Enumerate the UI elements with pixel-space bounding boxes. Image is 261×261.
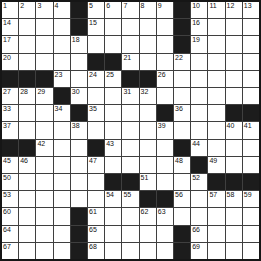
letter-cell-r15c3[interactable] [36,243,52,259]
clue-number-14: 14 [3,19,11,27]
letter-cell-r8c12[interactable] [191,122,207,138]
letter-cell-r3c7[interactable] [105,36,121,52]
letter-cell-r5c4[interactable]: 23 [54,71,70,87]
letter-cell-r12c3[interactable] [36,191,52,207]
block-square-r4c7 [105,54,121,70]
letter-cell-r3c12[interactable]: 19 [191,36,207,52]
letter-cell-r9c10[interactable] [157,140,173,156]
letter-cell-r8c6[interactable] [88,122,104,138]
clue-number-48: 48 [175,157,183,165]
letter-cell-r7c13[interactable] [208,105,224,121]
letter-cell-r8c4[interactable] [54,122,70,138]
letter-cell-r5c6[interactable]: 24 [88,71,104,87]
letter-cell-r1c4[interactable]: 4 [54,2,70,18]
letter-cell-r13c7[interactable] [105,208,121,224]
letter-cell-r15c12[interactable]: 69 [191,243,207,259]
letter-cell-r2c10[interactable] [157,19,173,35]
letter-cell-r6c2[interactable]: 28 [19,88,35,104]
letter-cell-r8c13[interactable] [208,122,224,138]
clue-number-10: 10 [192,2,200,10]
block-square-r5c9 [140,71,156,87]
letter-cell-r8c7[interactable] [105,122,121,138]
letter-cell-r8c3[interactable] [36,122,52,138]
clue-number-13: 13 [244,2,252,10]
clue-number-50: 50 [3,174,11,182]
clue-number-26: 26 [158,71,166,79]
letter-cell-r4c11[interactable]: 22 [174,54,190,70]
clue-number-36: 36 [175,105,183,113]
letter-cell-r1c13[interactable]: 11 [208,2,224,18]
letter-cell-r3c5[interactable]: 18 [71,36,87,52]
clue-number-32: 32 [141,88,149,96]
letter-cell-r4c12[interactable] [191,54,207,70]
letter-cell-r11c11[interactable] [174,174,190,190]
clue-number-40: 40 [227,122,235,130]
letter-cell-r2c14[interactable] [226,19,242,35]
letter-cell-r6c15[interactable] [243,88,259,104]
block-square-r11c13 [208,174,224,190]
letter-cell-r2c13[interactable] [208,19,224,35]
letter-cell-r4c10[interactable] [157,54,173,70]
block-square-r10c12 [191,157,207,173]
letter-cell-r11c1[interactable]: 50 [2,174,18,190]
letter-cell-r3c10[interactable] [157,36,173,52]
clue-number-39: 39 [158,122,166,130]
clue-number-68: 68 [89,243,97,251]
letter-cell-r8c9[interactable] [140,122,156,138]
block-square-r6c4 [54,88,70,104]
letter-cell-r12c7[interactable]: 54 [105,191,121,207]
letter-cell-r2c12[interactable]: 16 [191,19,207,35]
letter-cell-r10c2[interactable]: 46 [19,157,35,173]
letter-cell-r4c5[interactable] [71,54,87,70]
letter-cell-r8c10[interactable]: 39 [157,122,173,138]
letter-cell-r13c13[interactable] [208,208,224,224]
letter-cell-r12c15[interactable]: 59 [243,191,259,207]
letter-cell-r2c1[interactable]: 14 [2,19,18,35]
block-square-r5c8 [122,71,138,87]
letter-cell-r14c1[interactable]: 64 [2,226,18,242]
letter-cell-r4c9[interactable] [140,54,156,70]
clue-number-51: 51 [141,174,149,182]
clue-number-61: 61 [89,208,97,216]
clue-number-1: 1 [3,2,7,10]
block-square-r2c11 [174,19,190,35]
clue-number-28: 28 [20,88,28,96]
block-square-r12c9 [140,191,156,207]
letter-cell-r15c10[interactable] [157,243,173,259]
letter-cell-r13c2[interactable] [19,208,35,224]
letter-cell-r12c2[interactable] [19,191,35,207]
clue-number-18: 18 [72,36,80,44]
letter-cell-r13c11[interactable] [174,208,190,224]
clue-number-17: 17 [3,36,11,44]
clue-number-69: 69 [192,243,200,251]
clue-number-57: 57 [209,191,217,199]
letter-cell-r11c4[interactable] [54,174,70,190]
letter-cell-r15c8[interactable] [122,243,138,259]
letter-cell-r5c15[interactable] [243,71,259,87]
crossword-grid: 1234567891011121314151617181920212223242… [0,0,261,261]
block-square-r15c11 [174,243,190,259]
clue-number-21: 21 [123,54,131,62]
letter-cell-r8c8[interactable] [122,122,138,138]
letter-cell-r2c4[interactable] [54,19,70,35]
letter-cell-r13c3[interactable] [36,208,52,224]
letter-cell-r10c14[interactable] [226,157,242,173]
letter-cell-r12c11[interactable]: 56 [174,191,190,207]
letter-cell-r8c11[interactable] [174,122,190,138]
clue-number-42: 42 [37,140,45,148]
letter-cell-r8c1[interactable]: 37 [2,122,18,138]
letter-cell-r12c4[interactable] [54,191,70,207]
letter-cell-r13c8[interactable] [122,208,138,224]
block-square-r14c11 [174,226,190,242]
letter-cell-r15c2[interactable] [19,243,35,259]
letter-cell-r7c12[interactable] [191,105,207,121]
block-square-r7c10 [157,105,173,121]
letter-cell-r5c12[interactable] [191,71,207,87]
letter-cell-r1c12[interactable]: 10 [191,2,207,18]
letter-cell-r11c9[interactable]: 51 [140,174,156,190]
letter-cell-r13c6[interactable]: 61 [88,208,104,224]
clue-number-8: 8 [141,2,145,10]
letter-cell-r9c14[interactable] [226,140,242,156]
letter-cell-r15c15[interactable] [243,243,259,259]
letter-cell-r10c9[interactable] [140,157,156,173]
letter-cell-r12c1[interactable]: 53 [2,191,18,207]
clue-number-12: 12 [227,2,235,10]
letter-cell-r10c13[interactable]: 49 [208,157,224,173]
clue-number-65: 65 [89,226,97,234]
letter-cell-r13c4[interactable] [54,208,70,224]
block-square-r11c15 [243,174,259,190]
clue-number-66: 66 [192,226,200,234]
letter-cell-r4c3[interactable] [36,54,52,70]
block-square-r5c1 [2,71,18,87]
letter-cell-r7c1[interactable]: 33 [2,105,18,121]
letter-cell-r10c11[interactable]: 48 [174,157,190,173]
letter-cell-r3c6[interactable] [88,36,104,52]
clue-number-55: 55 [123,191,131,199]
letter-cell-r9c4[interactable] [54,140,70,156]
letter-cell-r1c1[interactable]: 1 [2,2,18,18]
letter-cell-r11c12[interactable]: 52 [191,174,207,190]
letter-cell-r3c2[interactable] [19,36,35,52]
letter-cell-r1c2[interactable]: 2 [19,2,35,18]
clue-number-63: 63 [158,208,166,216]
letter-cell-r3c15[interactable] [243,36,259,52]
block-square-r3c11 [174,36,190,52]
clue-number-41: 41 [244,122,252,130]
clue-number-43: 43 [106,140,114,148]
letter-cell-r11c2[interactable] [19,174,35,190]
clue-number-56: 56 [175,191,183,199]
letter-cell-r14c13[interactable] [208,226,224,242]
letter-cell-r14c8[interactable] [122,226,138,242]
letter-cell-r6c6[interactable] [88,88,104,104]
clue-number-31: 31 [123,88,131,96]
letter-cell-r7c11[interactable]: 36 [174,105,190,121]
letter-cell-r15c1[interactable]: 67 [2,243,18,259]
block-square-r12c10 [157,191,173,207]
letter-cell-r6c12[interactable] [191,88,207,104]
letter-cell-r6c1[interactable]: 27 [2,88,18,104]
block-square-r9c1 [2,140,18,156]
letter-cell-r6c8[interactable]: 31 [122,88,138,104]
letter-cell-r6c7[interactable] [105,88,121,104]
clue-number-46: 46 [20,157,28,165]
letter-cell-r12c8[interactable]: 55 [122,191,138,207]
letter-cell-r2c3[interactable] [36,19,52,35]
letter-cell-r4c1[interactable]: 20 [2,54,18,70]
block-square-r15c5 [71,243,87,259]
letter-cell-r3c9[interactable] [140,36,156,52]
letter-cell-r15c6[interactable]: 68 [88,243,104,259]
letter-cell-r1c10[interactable]: 9 [157,2,173,18]
letter-cell-r10c1[interactable]: 45 [2,157,18,173]
block-square-r2c5 [71,19,87,35]
letter-cell-r5c14[interactable] [226,71,242,87]
letter-cell-r12c14[interactable]: 58 [226,191,242,207]
block-square-r14c5 [71,226,87,242]
letter-cell-r9c15[interactable] [243,140,259,156]
letter-cell-r14c7[interactable] [105,226,121,242]
letter-cell-r2c15[interactable] [243,19,259,35]
clue-number-4: 4 [55,2,59,10]
letter-cell-r12c5[interactable] [71,191,87,207]
letter-cell-r4c14[interactable] [226,54,242,70]
letter-cell-r9c8[interactable] [122,140,138,156]
letter-cell-r3c3[interactable] [36,36,52,52]
letter-cell-r6c9[interactable]: 32 [140,88,156,104]
letter-cell-r14c4[interactable] [54,226,70,242]
clue-number-5: 5 [89,2,93,10]
clue-number-25: 25 [106,71,114,79]
letter-cell-r10c7[interactable] [105,157,121,173]
letter-cell-r2c8[interactable] [122,19,138,35]
clue-number-6: 6 [106,2,110,10]
letter-cell-r10c5[interactable] [71,157,87,173]
letter-cell-r7c8[interactable] [122,105,138,121]
letter-cell-r14c6[interactable]: 65 [88,226,104,242]
letter-cell-r14c2[interactable] [19,226,35,242]
letter-cell-r13c9[interactable]: 62 [140,208,156,224]
block-square-r11c14 [226,174,242,190]
block-square-r9c11 [174,140,190,156]
letter-cell-r5c5[interactable] [71,71,87,87]
letter-cell-r10c8[interactable] [122,157,138,173]
letter-cell-r15c14[interactable] [226,243,242,259]
letter-cell-r8c5[interactable]: 38 [71,122,87,138]
block-square-r5c2 [19,71,35,87]
letter-cell-r15c13[interactable] [208,243,224,259]
block-square-r9c6 [88,140,104,156]
letter-cell-r6c11[interactable] [174,88,190,104]
clue-number-35: 35 [89,105,97,113]
letter-cell-r1c7[interactable]: 6 [105,2,121,18]
clue-number-11: 11 [209,2,216,10]
clue-number-16: 16 [192,19,200,27]
letter-cell-r6c3[interactable]: 29 [36,88,52,104]
letter-cell-r13c1[interactable]: 60 [2,208,18,224]
letter-cell-r9c7[interactable]: 43 [105,140,121,156]
letter-cell-r12c12[interactable] [191,191,207,207]
clue-number-58: 58 [227,191,235,199]
letter-cell-r8c15[interactable]: 41 [243,122,259,138]
letter-cell-r7c4[interactable]: 34 [54,105,70,121]
letter-cell-r5c7[interactable]: 25 [105,71,121,87]
letter-cell-r4c2[interactable] [19,54,35,70]
clue-number-44: 44 [192,140,200,148]
clue-number-23: 23 [55,71,63,79]
letter-cell-r4c8[interactable]: 21 [122,54,138,70]
letter-cell-r12c6[interactable] [88,191,104,207]
clue-number-54: 54 [106,191,114,199]
clue-number-67: 67 [3,243,11,251]
letter-cell-r5c11[interactable] [174,71,190,87]
clue-number-49: 49 [209,157,217,165]
letter-cell-r15c4[interactable] [54,243,70,259]
letter-cell-r2c9[interactable] [140,19,156,35]
letter-cell-r7c7[interactable] [105,105,121,121]
letter-cell-r13c14[interactable] [226,208,242,224]
block-square-r1c5 [71,2,87,18]
clue-number-15: 15 [89,19,97,27]
letter-cell-r6c14[interactable] [226,88,242,104]
block-square-r7c15 [243,105,259,121]
letter-cell-r11c10[interactable] [157,174,173,190]
letter-cell-r1c14[interactable]: 12 [226,2,242,18]
letter-cell-r7c6[interactable]: 35 [88,105,104,121]
letter-cell-r12c13[interactable]: 57 [208,191,224,207]
block-square-r9c2 [19,140,35,156]
letter-cell-r14c14[interactable] [226,226,242,242]
letter-cell-r9c3[interactable]: 42 [36,140,52,156]
letter-cell-r8c2[interactable] [19,122,35,138]
clue-number-64: 64 [3,226,11,234]
clue-number-34: 34 [55,105,63,113]
clue-number-37: 37 [3,122,11,130]
letter-cell-r7c2[interactable] [19,105,35,121]
letter-cell-r9c13[interactable] [208,140,224,156]
letter-cell-r3c13[interactable] [208,36,224,52]
block-square-r13c5 [71,208,87,224]
letter-cell-r14c9[interactable] [140,226,156,242]
letter-cell-r9c9[interactable] [140,140,156,156]
letter-cell-r10c4[interactable] [54,157,70,173]
letter-cell-r4c15[interactable] [243,54,259,70]
letter-cell-r9c12[interactable]: 44 [191,140,207,156]
letter-cell-r11c3[interactable] [36,174,52,190]
letter-cell-r14c10[interactable] [157,226,173,242]
clue-number-59: 59 [244,191,252,199]
letter-cell-r14c12[interactable]: 66 [191,226,207,242]
letter-cell-r13c10[interactable]: 63 [157,208,173,224]
block-square-r7c14 [226,105,242,121]
letter-cell-r6c10[interactable] [157,88,173,104]
letter-cell-r7c9[interactable] [140,105,156,121]
letter-cell-r15c9[interactable] [140,243,156,259]
letter-cell-r6c13[interactable] [208,88,224,104]
clue-number-29: 29 [37,88,45,96]
clue-number-52: 52 [192,174,200,182]
letter-cell-r8c14[interactable]: 40 [226,122,242,138]
clue-number-9: 9 [158,2,162,10]
letter-cell-r7c3[interactable] [36,105,52,121]
letter-cell-r10c6[interactable]: 47 [88,157,104,173]
block-square-r11c8 [122,174,138,190]
clue-number-24: 24 [89,71,97,79]
letter-cell-r10c15[interactable] [243,157,259,173]
clue-number-19: 19 [192,36,200,44]
clue-number-53: 53 [3,191,11,199]
letter-cell-r1c9[interactable]: 8 [140,2,156,18]
block-square-r4c6 [88,54,104,70]
letter-cell-r4c4[interactable] [54,54,70,70]
letter-cell-r3c1[interactable]: 17 [2,36,18,52]
letter-cell-r5c13[interactable] [208,71,224,87]
letter-cell-r3c14[interactable] [226,36,242,52]
letter-cell-r9c5[interactable] [71,140,87,156]
block-square-r1c11 [174,2,190,18]
clue-number-33: 33 [3,105,11,113]
clue-number-7: 7 [123,2,127,10]
letter-cell-r4c13[interactable] [208,54,224,70]
letter-cell-r2c6[interactable]: 15 [88,19,104,35]
block-square-r11c7 [105,174,121,190]
letter-cell-r1c15[interactable]: 13 [243,2,259,18]
block-square-r7c5 [71,105,87,121]
clue-number-2: 2 [20,2,24,10]
letter-cell-r3c8[interactable] [122,36,138,52]
letter-cell-r3c4[interactable] [54,36,70,52]
clue-number-60: 60 [3,208,11,216]
letter-cell-r15c7[interactable] [105,243,121,259]
clue-number-20: 20 [3,54,11,62]
letter-cell-r6c5[interactable]: 30 [71,88,87,104]
block-square-r5c3 [36,71,52,87]
letter-cell-r2c2[interactable] [19,19,35,35]
letter-cell-r13c12[interactable] [191,208,207,224]
letter-cell-r14c3[interactable] [36,226,52,242]
clue-number-30: 30 [72,88,80,96]
letter-cell-r5c10[interactable]: 26 [157,71,173,87]
letter-cell-r1c3[interactable]: 3 [36,2,52,18]
clue-number-62: 62 [141,208,149,216]
letter-cell-r11c6[interactable] [88,174,104,190]
letter-cell-r2c7[interactable] [105,19,121,35]
clue-number-3: 3 [37,2,41,10]
letter-cell-r1c6[interactable]: 5 [88,2,104,18]
letter-cell-r10c3[interactable] [36,157,52,173]
letter-cell-r11c5[interactable] [71,174,87,190]
clue-number-45: 45 [3,157,11,165]
clue-number-27: 27 [3,88,11,96]
clue-number-47: 47 [89,157,97,165]
clue-number-38: 38 [72,122,80,130]
letter-cell-r1c8[interactable]: 7 [122,2,138,18]
letter-cell-r10c10[interactable] [157,157,173,173]
letter-cell-r13c15[interactable] [243,208,259,224]
clue-number-22: 22 [175,54,183,62]
letter-cell-r14c15[interactable] [243,226,259,242]
